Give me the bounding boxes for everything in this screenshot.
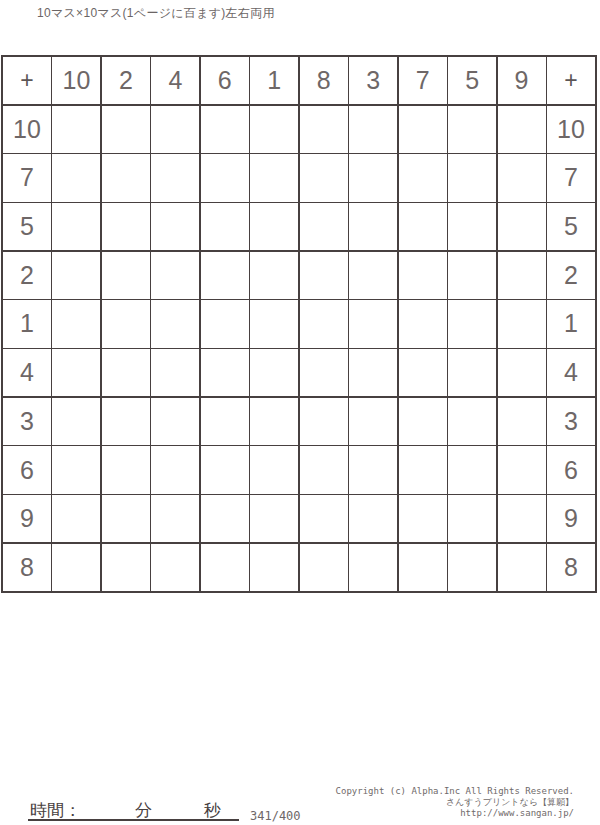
answer-cell[interactable] [151, 398, 199, 445]
answer-cell[interactable] [399, 106, 447, 153]
answer-cell[interactable] [151, 300, 199, 347]
answer-cell[interactable] [498, 252, 546, 299]
row-header-left: 7 [3, 154, 51, 201]
answer-cell[interactable] [102, 300, 150, 347]
seconds-label: 秒 [204, 799, 221, 822]
worksheet-title: 10マス×10マス(1ページに百ます)左右両用 [37, 5, 275, 22]
answer-cell[interactable] [498, 544, 546, 591]
answer-cell[interactable] [349, 252, 397, 299]
row-header-left: 6 [3, 446, 51, 493]
answer-cell[interactable] [498, 495, 546, 542]
answer-cell[interactable] [349, 300, 397, 347]
answer-cell[interactable] [498, 154, 546, 201]
operator-corner-top-right: + [547, 57, 595, 104]
answer-cell[interactable] [201, 203, 249, 250]
operator-corner-top-left: + [3, 57, 51, 104]
column-header: 9 [498, 57, 546, 104]
answer-cell[interactable] [300, 252, 348, 299]
row-header-right: 7 [547, 154, 595, 201]
answer-cell[interactable] [250, 106, 298, 153]
answer-cell[interactable] [448, 300, 496, 347]
time-label: 時間： [30, 799, 81, 822]
answer-cell[interactable] [151, 252, 199, 299]
answer-cell[interactable] [201, 252, 249, 299]
row-header-left: 4 [3, 349, 51, 396]
addition-grid: +10246183759+1010775522114433669988 [1, 55, 597, 593]
answer-cell[interactable] [201, 495, 249, 542]
answer-cell[interactable] [349, 495, 397, 542]
answer-cell[interactable] [151, 349, 199, 396]
answer-cell[interactable] [300, 203, 348, 250]
row-header-right: 10 [547, 106, 595, 153]
answer-cell[interactable] [399, 154, 447, 201]
answer-cell[interactable] [52, 300, 100, 347]
copyright-line: Copyright (c) Alpha.Inc All Rights Reser… [336, 786, 574, 797]
answer-cell[interactable] [349, 203, 397, 250]
column-header: 4 [151, 57, 199, 104]
answer-cell[interactable] [102, 544, 150, 591]
site-name-line: さんすうプリントなら【算願】 [336, 797, 574, 808]
answer-cell[interactable] [399, 349, 447, 396]
answer-cell[interactable] [201, 106, 249, 153]
row-header-left: 8 [3, 544, 51, 591]
answer-cell[interactable] [52, 495, 100, 542]
answer-cell[interactable] [250, 349, 298, 396]
answer-cell[interactable] [399, 203, 447, 250]
answer-cell[interactable] [52, 349, 100, 396]
answer-cell[interactable] [399, 544, 447, 591]
answer-cell[interactable] [349, 544, 397, 591]
answer-cell[interactable] [300, 154, 348, 201]
answer-cell[interactable] [498, 203, 546, 250]
column-header: 7 [399, 57, 447, 104]
answer-cell[interactable] [399, 446, 447, 493]
row-header-right: 9 [547, 495, 595, 542]
column-header: 6 [201, 57, 249, 104]
site-url-line: http://www.sangan.jp/ [336, 808, 574, 819]
answer-cell[interactable] [102, 154, 150, 201]
minutes-label: 分 [135, 799, 152, 822]
answer-cell[interactable] [498, 300, 546, 347]
answer-cell[interactable] [52, 398, 100, 445]
answer-cell[interactable] [151, 544, 199, 591]
answer-cell[interactable] [250, 398, 298, 445]
answer-cell[interactable] [102, 495, 150, 542]
answer-cell[interactable] [300, 300, 348, 347]
answer-cell[interactable] [102, 398, 150, 445]
answer-cell[interactable] [349, 106, 397, 153]
answer-cell[interactable] [250, 154, 298, 201]
answer-cell[interactable] [448, 106, 496, 153]
answer-cell[interactable] [52, 544, 100, 591]
answer-cell[interactable] [498, 106, 546, 153]
answer-cell[interactable] [448, 398, 496, 445]
answer-cell[interactable] [201, 398, 249, 445]
answer-cell[interactable] [300, 106, 348, 153]
answer-cell[interactable] [102, 349, 150, 396]
answer-cell[interactable] [349, 154, 397, 201]
row-header-right: 6 [547, 446, 595, 493]
answer-cell[interactable] [151, 495, 199, 542]
answer-cell[interactable] [201, 446, 249, 493]
time-entry-line: 時間： 分 秒 [28, 799, 239, 821]
row-header-right: 4 [547, 349, 595, 396]
answer-cell[interactable] [250, 203, 298, 250]
sheet-number: 341/400 [250, 809, 301, 823]
answer-cell[interactable] [250, 300, 298, 347]
answer-cell[interactable] [250, 446, 298, 493]
answer-cell[interactable] [201, 300, 249, 347]
answer-cell[interactable] [201, 154, 249, 201]
answer-cell[interactable] [300, 544, 348, 591]
column-header: 3 [349, 57, 397, 104]
answer-cell[interactable] [52, 252, 100, 299]
answer-cell[interactable] [399, 300, 447, 347]
column-header: 1 [250, 57, 298, 104]
row-header-left: 2 [3, 252, 51, 299]
answer-cell[interactable] [399, 252, 447, 299]
answer-cell[interactable] [498, 398, 546, 445]
answer-cell[interactable] [448, 252, 496, 299]
answer-cell[interactable] [300, 495, 348, 542]
answer-cell[interactable] [250, 495, 298, 542]
column-header: 2 [102, 57, 150, 104]
copyright-block: Copyright (c) Alpha.Inc All Rights Reser… [336, 786, 574, 819]
column-header: 8 [300, 57, 348, 104]
answer-cell[interactable] [151, 203, 199, 250]
answer-cell[interactable] [448, 349, 496, 396]
answer-cell[interactable] [151, 106, 199, 153]
answer-cell[interactable] [201, 544, 249, 591]
row-header-left: 1 [3, 300, 51, 347]
answer-cell[interactable] [52, 154, 100, 201]
answer-cell[interactable] [201, 349, 249, 396]
row-header-right: 1 [547, 300, 595, 347]
column-header: 10 [52, 57, 100, 104]
answer-cell[interactable] [349, 349, 397, 396]
answer-cell[interactable] [151, 446, 199, 493]
answer-cell[interactable] [349, 398, 397, 445]
answer-cell[interactable] [52, 106, 100, 153]
answer-cell[interactable] [300, 349, 348, 396]
answer-cell[interactable] [102, 446, 150, 493]
row-header-left: 5 [3, 203, 51, 250]
answer-cell[interactable] [349, 446, 397, 493]
answer-cell[interactable] [300, 446, 348, 493]
answer-cell[interactable] [399, 495, 447, 542]
row-header-right: 3 [547, 398, 595, 445]
answer-cell[interactable] [300, 398, 348, 445]
answer-cell[interactable] [52, 446, 100, 493]
row-header-right: 5 [547, 203, 595, 250]
answer-cell[interactable] [448, 544, 496, 591]
row-header-left: 3 [3, 398, 51, 445]
answer-cell[interactable] [52, 203, 100, 250]
answer-cell[interactable] [448, 154, 496, 201]
answer-cell[interactable] [102, 252, 150, 299]
answer-cell[interactable] [448, 203, 496, 250]
row-header-right: 8 [547, 544, 595, 591]
answer-cell[interactable] [250, 544, 298, 591]
answer-cell[interactable] [102, 203, 150, 250]
column-header: 5 [448, 57, 496, 104]
answer-cell[interactable] [448, 446, 496, 493]
answer-cell[interactable] [399, 398, 447, 445]
answer-cell[interactable] [102, 106, 150, 153]
answer-cell[interactable] [448, 495, 496, 542]
row-header-left: 10 [3, 106, 51, 153]
row-header-left: 9 [3, 495, 51, 542]
answer-cell[interactable] [151, 154, 199, 201]
answer-cell[interactable] [250, 252, 298, 299]
answer-cell[interactable] [498, 446, 546, 493]
row-header-right: 2 [547, 252, 595, 299]
answer-cell[interactable] [498, 349, 546, 396]
